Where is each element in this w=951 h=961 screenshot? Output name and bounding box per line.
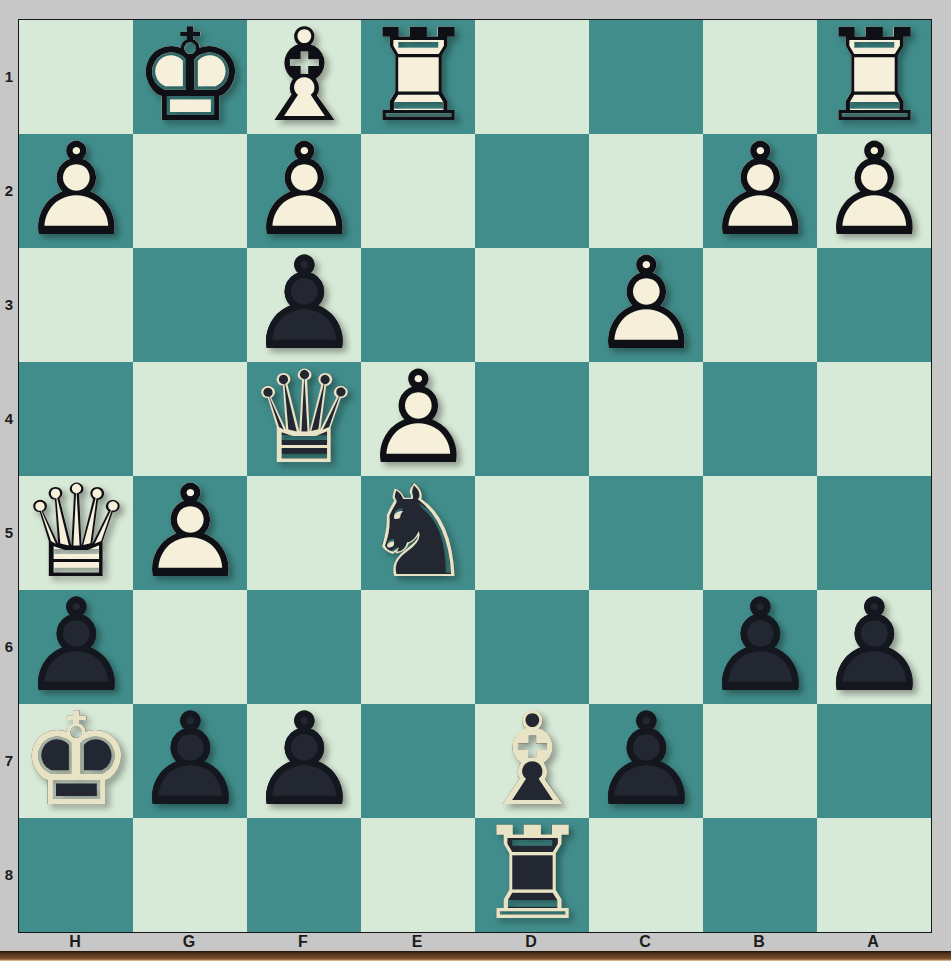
white-pawn-piece: ♟♙ — [703, 134, 817, 248]
white-king-piece: ♚♔ — [133, 20, 247, 134]
white-pawn-piece: ♟♙ — [589, 248, 703, 362]
black-king-piece: ♚♔ — [19, 704, 133, 818]
square-g8[interactable] — [133, 818, 247, 932]
square-b6[interactable]: ♟♙ — [703, 590, 817, 704]
square-c6[interactable] — [589, 590, 703, 704]
square-d7[interactable]: ♝♗ — [475, 704, 589, 818]
black-rook-piece: ♜♖ — [475, 818, 589, 932]
square-d2[interactable] — [475, 134, 589, 248]
square-d8[interactable]: ♜♖ — [475, 818, 589, 932]
square-f7[interactable]: ♟♙ — [247, 704, 361, 818]
white-pawn-piece: ♟♙ — [133, 476, 247, 590]
square-h7[interactable]: ♚♔ — [19, 704, 133, 818]
square-g4[interactable] — [133, 362, 247, 476]
square-c4[interactable] — [589, 362, 703, 476]
black-pawn-piece: ♟♙ — [19, 590, 133, 704]
chess-app-window: 12345678 ♚♔♝♗♜♖♜♖♟♙♟♙♟♙♟♙♟♙♟♙♛♕♟♙♛♕♟♙♞♘♟… — [0, 0, 951, 961]
square-e6[interactable] — [361, 590, 475, 704]
square-e1[interactable]: ♜♖ — [361, 20, 475, 134]
file-label-f: F — [246, 932, 360, 951]
black-pawn-piece: ♟♙ — [703, 590, 817, 704]
square-h8[interactable] — [19, 818, 133, 932]
file-label-b: B — [702, 932, 816, 951]
square-h2[interactable]: ♟♙ — [19, 134, 133, 248]
square-f3[interactable]: ♟♙ — [247, 248, 361, 362]
square-a8[interactable] — [817, 818, 931, 932]
rank-label-5: 5 — [0, 475, 18, 589]
square-b2[interactable]: ♟♙ — [703, 134, 817, 248]
rank-labels: 12345678 — [0, 19, 18, 931]
black-bishop-piece: ♝♗ — [475, 704, 589, 818]
file-labels: HGFEDCBA — [18, 932, 930, 951]
black-knight-piece: ♞♘ — [361, 476, 475, 590]
white-rook-piece: ♜♖ — [361, 20, 475, 134]
square-a1[interactable]: ♜♖ — [817, 20, 931, 134]
chess-board: ♚♔♝♗♜♖♜♖♟♙♟♙♟♙♟♙♟♙♟♙♛♕♟♙♛♕♟♙♞♘♟♙♟♙♟♙♚♔♟♙… — [18, 19, 932, 933]
square-c3[interactable]: ♟♙ — [589, 248, 703, 362]
wood-frame-bar — [0, 951, 951, 961]
square-h4[interactable] — [19, 362, 133, 476]
black-pawn-piece: ♟♙ — [817, 590, 931, 704]
black-pawn-piece: ♟♙ — [247, 248, 361, 362]
square-g2[interactable] — [133, 134, 247, 248]
square-e5[interactable]: ♞♘ — [361, 476, 475, 590]
square-a6[interactable]: ♟♙ — [817, 590, 931, 704]
square-d3[interactable] — [475, 248, 589, 362]
square-f2[interactable]: ♟♙ — [247, 134, 361, 248]
square-d6[interactable] — [475, 590, 589, 704]
rank-label-4: 4 — [0, 361, 18, 475]
square-f6[interactable] — [247, 590, 361, 704]
file-label-d: D — [474, 932, 588, 951]
rank-label-6: 6 — [0, 589, 18, 703]
square-g5[interactable]: ♟♙ — [133, 476, 247, 590]
file-label-c: C — [588, 932, 702, 951]
black-pawn-piece: ♟♙ — [589, 704, 703, 818]
white-pawn-piece: ♟♙ — [247, 134, 361, 248]
black-queen-piece: ♛♕ — [247, 362, 361, 476]
square-f5[interactable] — [247, 476, 361, 590]
square-e2[interactable] — [361, 134, 475, 248]
square-g3[interactable] — [133, 248, 247, 362]
square-h1[interactable] — [19, 20, 133, 134]
white-pawn-piece: ♟♙ — [19, 134, 133, 248]
black-pawn-piece: ♟♙ — [247, 704, 361, 818]
square-b3[interactable] — [703, 248, 817, 362]
square-b4[interactable] — [703, 362, 817, 476]
file-label-e: E — [360, 932, 474, 951]
white-rook-piece: ♜♖ — [817, 20, 931, 134]
square-d5[interactable] — [475, 476, 589, 590]
square-c7[interactable]: ♟♙ — [589, 704, 703, 818]
white-pawn-piece: ♟♙ — [361, 362, 475, 476]
square-a4[interactable] — [817, 362, 931, 476]
square-a7[interactable] — [817, 704, 931, 818]
square-e8[interactable] — [361, 818, 475, 932]
square-g1[interactable]: ♚♔ — [133, 20, 247, 134]
square-c1[interactable] — [589, 20, 703, 134]
square-c8[interactable] — [589, 818, 703, 932]
square-e4[interactable]: ♟♙ — [361, 362, 475, 476]
square-f4[interactable]: ♛♕ — [247, 362, 361, 476]
white-queen-piece: ♛♕ — [19, 476, 133, 590]
white-pawn-piece: ♟♙ — [817, 134, 931, 248]
rank-label-3: 3 — [0, 247, 18, 361]
black-pawn-piece: ♟♙ — [133, 704, 247, 818]
square-b7[interactable] — [703, 704, 817, 818]
square-e7[interactable] — [361, 704, 475, 818]
white-bishop-piece: ♝♗ — [247, 20, 361, 134]
rank-label-1: 1 — [0, 19, 18, 133]
file-label-a: A — [816, 932, 930, 951]
rank-label-2: 2 — [0, 133, 18, 247]
square-a5[interactable] — [817, 476, 931, 590]
square-d4[interactable] — [475, 362, 589, 476]
square-e3[interactable] — [361, 248, 475, 362]
file-label-g: G — [132, 932, 246, 951]
square-d1[interactable] — [475, 20, 589, 134]
square-h3[interactable] — [19, 248, 133, 362]
square-b5[interactable] — [703, 476, 817, 590]
square-b8[interactable] — [703, 818, 817, 932]
rank-label-8: 8 — [0, 817, 18, 931]
rank-label-7: 7 — [0, 703, 18, 817]
square-f8[interactable] — [247, 818, 361, 932]
square-f1[interactable]: ♝♗ — [247, 20, 361, 134]
square-a3[interactable] — [817, 248, 931, 362]
file-label-h: H — [18, 932, 132, 951]
square-h5[interactable]: ♛♕ — [19, 476, 133, 590]
square-h6[interactable]: ♟♙ — [19, 590, 133, 704]
square-a2[interactable]: ♟♙ — [817, 134, 931, 248]
square-c5[interactable] — [589, 476, 703, 590]
square-g6[interactable] — [133, 590, 247, 704]
square-c2[interactable] — [589, 134, 703, 248]
square-g7[interactable]: ♟♙ — [133, 704, 247, 818]
square-b1[interactable] — [703, 20, 817, 134]
